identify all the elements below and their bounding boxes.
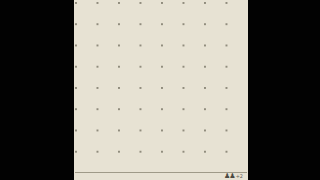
app-window: ♟♟ +2 bbox=[0, 0, 320, 180]
captured-pawns-icons: ♟♟ bbox=[224, 172, 235, 180]
captured-pieces-tray: ♟♟ +2 bbox=[224, 172, 243, 180]
chess-board-frame: ♟♟ +2 bbox=[74, 0, 248, 180]
material-score: +2 bbox=[236, 172, 243, 180]
chess-board[interactable] bbox=[75, 2, 247, 172]
